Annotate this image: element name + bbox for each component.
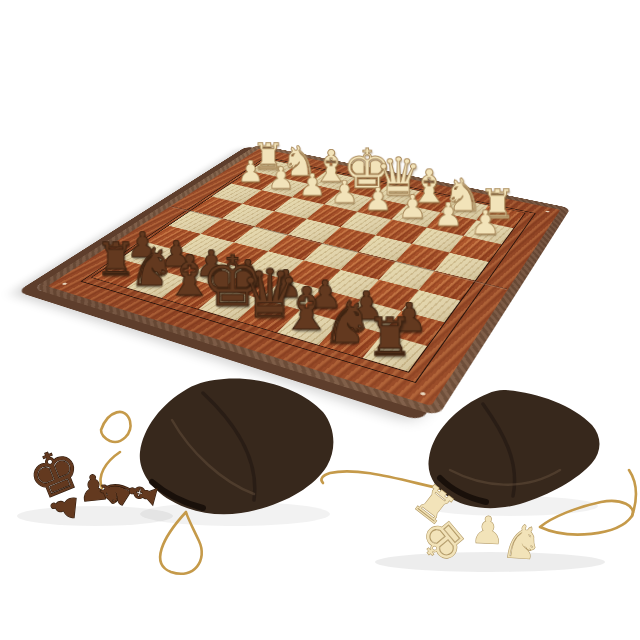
spilled-white-pawn: ♟ — [470, 508, 505, 553]
storage-pouches: ♚ ♟ ♟ ♞ ♝ ♜ ♚ ♟ ♞ — [0, 0, 640, 640]
spilled-white-knight: ♞ — [500, 514, 545, 571]
product-photo-background: ♜♞♝♚♛♝♞♜♟♟♟♟♟♟♟♟♟♟♟♟♟♟♟♟♜♞♝♚♛♝♞♜ ♚ ♟ ♟ — [0, 0, 640, 640]
shadow-right-pieces — [375, 552, 605, 572]
left-bag-cord-curl — [101, 412, 130, 442]
